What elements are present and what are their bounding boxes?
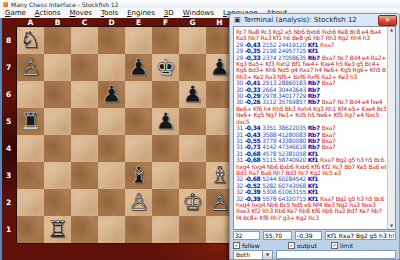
square-f4[interactable] [152,135,179,162]
piece-white-knight: ♘ [17,27,44,54]
analysis-line: Ne6+ Kg5 Ng7 Re1+ Kd5 h5 Ne6+ Kf5 Rg7 e4… [236,112,386,118]
side-dropdown-value: Both [234,251,262,259]
piece-black-bishop: ♝ [125,162,152,189]
square-d3[interactable] [98,162,125,189]
depth-field[interactable] [233,231,260,240]
square-c3[interactable] [71,162,98,189]
time-field[interactable] [263,231,292,240]
square-a7[interactable]: ♙ [17,54,44,81]
rank-label-3: 3 [2,162,15,189]
rank-label-1: 1 [2,216,15,243]
square-d4[interactable] [98,135,125,162]
file-labels: ABCDEFGH [17,18,233,27]
app-icon [3,2,8,7]
output-checkbox[interactable]: ✓output [288,242,331,249]
file-label-g: G [179,18,206,27]
square-e1[interactable] [125,216,152,243]
square-f6[interactable] [152,81,179,108]
close-icon[interactable]: ✕ [378,15,397,26]
square-c5[interactable] [71,108,98,135]
piece-black-pawn: ♟ [98,81,125,108]
square-e4[interactable] [125,135,152,162]
output-checkbox-label: output [297,242,317,249]
square-a8[interactable]: ♘ [17,27,44,54]
scroll-up-icon[interactable]: ▲ [388,27,395,33]
square-b6[interactable] [44,81,71,108]
menu-tools[interactable]: Tools [101,9,118,17]
file-label-d: D [98,18,125,27]
square-e7[interactable]: ♟ [125,54,152,81]
analysis-line: f4 Bc8+ Kf8 Rh7 g3+ Kg2 Rc3 [236,215,386,221]
menu-moves[interactable]: Moves [69,9,91,17]
rank-label-7: 7 [2,54,15,81]
square-g1[interactable] [179,216,206,243]
piece-black-king: ♚ [152,54,179,81]
square-b3[interactable] [44,162,71,189]
scrollbar[interactable]: ▲ ▼ [387,27,395,229]
analysis-output: Rc7 Na8 Rc3 Kg2 e5 Nb6 Bxb6 Rxb6 Ke8 Bc8… [233,26,396,230]
square-a2[interactable] [17,189,44,216]
file-label-a: A [17,18,44,27]
square-g7[interactable] [179,54,206,81]
square-g6[interactable]: ♟ [179,81,206,108]
square-d6[interactable]: ♟ [98,81,125,108]
square-e5[interactable] [125,108,152,135]
piece-white-pawn: ♙ [125,189,152,216]
rank-label-4: 4 [2,135,15,162]
limit-checkbox-label: limit [340,242,353,249]
square-b1[interactable]: ♖ [44,216,71,243]
terminal-title: Terminal (analysis): Stockfish 12 [244,16,375,24]
square-e2[interactable]: ♙ [125,189,152,216]
square-g4[interactable] [179,135,206,162]
square-f2[interactable] [152,189,179,216]
square-e3[interactable]: ♝ [125,162,152,189]
rank-label-5: 5 [2,108,15,135]
square-f7[interactable]: ♚ [152,54,179,81]
square-e8[interactable] [125,27,152,54]
piece-white-pawn: ♙ [17,54,44,81]
piece-white-rook: ♖ [44,216,71,243]
terminal-icon: ▣ [234,17,241,24]
square-d7[interactable] [98,54,125,81]
square-f1[interactable] [152,216,179,243]
command-input[interactable] [276,250,396,259]
square-d2[interactable] [98,189,125,216]
square-a4[interactable] [17,135,44,162]
menu-game[interactable]: Game [5,9,26,17]
rank-label-8: 8 [2,27,15,54]
checkmark-icon: ✓ [288,242,295,249]
file-label-c: C [71,18,98,27]
square-g8[interactable] [179,27,206,54]
follow-checkbox-label: follow [242,242,260,249]
side-dropdown[interactable]: Both ▼ [233,250,273,260]
square-b4[interactable] [44,135,71,162]
file-label-f: F [152,18,179,27]
checkmark-icon: ✓ [233,242,240,249]
square-b5[interactable] [44,108,71,135]
terminal-controls: ✓follow✓output✓limit Both ▼ [233,231,396,257]
square-g3[interactable] [179,162,206,189]
square-a3[interactable] [17,162,44,189]
square-f5[interactable]: ♟ [152,108,179,135]
square-e6[interactable] [125,81,152,108]
square-g5[interactable] [179,108,206,135]
square-g2[interactable]: ♔ [179,189,206,216]
piece-black-pawn: ♟ [125,54,152,81]
piece-black-pawn: ♟ [152,108,179,135]
square-b2[interactable] [44,189,71,216]
pv-field[interactable] [325,231,396,240]
square-a6[interactable] [17,81,44,108]
square-d8[interactable] [98,27,125,54]
square-b7[interactable] [44,54,71,81]
square-f8[interactable] [152,27,179,54]
square-d1[interactable] [98,216,125,243]
scroll-down-icon[interactable]: ▼ [388,223,395,229]
square-c4[interactable] [71,135,98,162]
rank-label-6: 6 [2,81,15,108]
square-c2[interactable] [71,189,98,216]
menu-windows[interactable]: Windows [183,9,214,17]
file-label-b: B [44,18,71,27]
app-titlebar[interactable]: Many Chess Interface - Stockfish 12 [0,0,400,8]
chevron-down-icon: ▼ [262,251,272,259]
rank-labels: 87654321 [2,27,15,243]
square-c8[interactable] [71,27,98,54]
piece-black-rook: ♜ [17,108,44,135]
square-d5[interactable] [98,108,125,135]
square-a5[interactable]: ♜ [17,108,44,135]
file-label-e: E [125,18,152,27]
rank-label-2: 2 [2,189,15,216]
square-f3[interactable] [152,162,179,189]
piece-black-pawn: ♟ [179,81,206,108]
piece-white-king: ♔ [179,189,206,216]
limit-checkbox[interactable]: ✓limit [331,242,353,249]
square-c1[interactable] [71,216,98,243]
square-c6[interactable] [71,81,98,108]
menu-actions[interactable]: Actions [35,9,61,17]
eval-field[interactable] [295,231,322,240]
square-b8[interactable] [44,27,71,54]
checkmark-icon: ✓ [331,242,338,249]
menu-engines[interactable]: Engines [127,9,155,17]
follow-checkbox[interactable]: ✓follow [233,242,288,249]
terminal-titlebar[interactable]: ▣ Terminal (analysis): Stockfish 12 ✕ [230,14,399,26]
chess-board[interactable]: ♘♙♟♚♟♟♟♜♟♝♗♙♔♙♖ [17,27,233,243]
menu-3d[interactable]: 3D [164,9,174,17]
app-title: Many Chess Interface - Stockfish 12 [11,1,119,8]
analysis-lines: Rc7 Na8 Rc3 Kg2 e5 Nb6 Bxb6 Rxb6 Ke8 Bc8… [235,28,387,229]
square-c7[interactable] [71,54,98,81]
square-a1[interactable] [17,216,44,243]
terminal-window: ▣ Terminal (analysis): Stockfish 12 ✕ Rc… [229,13,400,260]
